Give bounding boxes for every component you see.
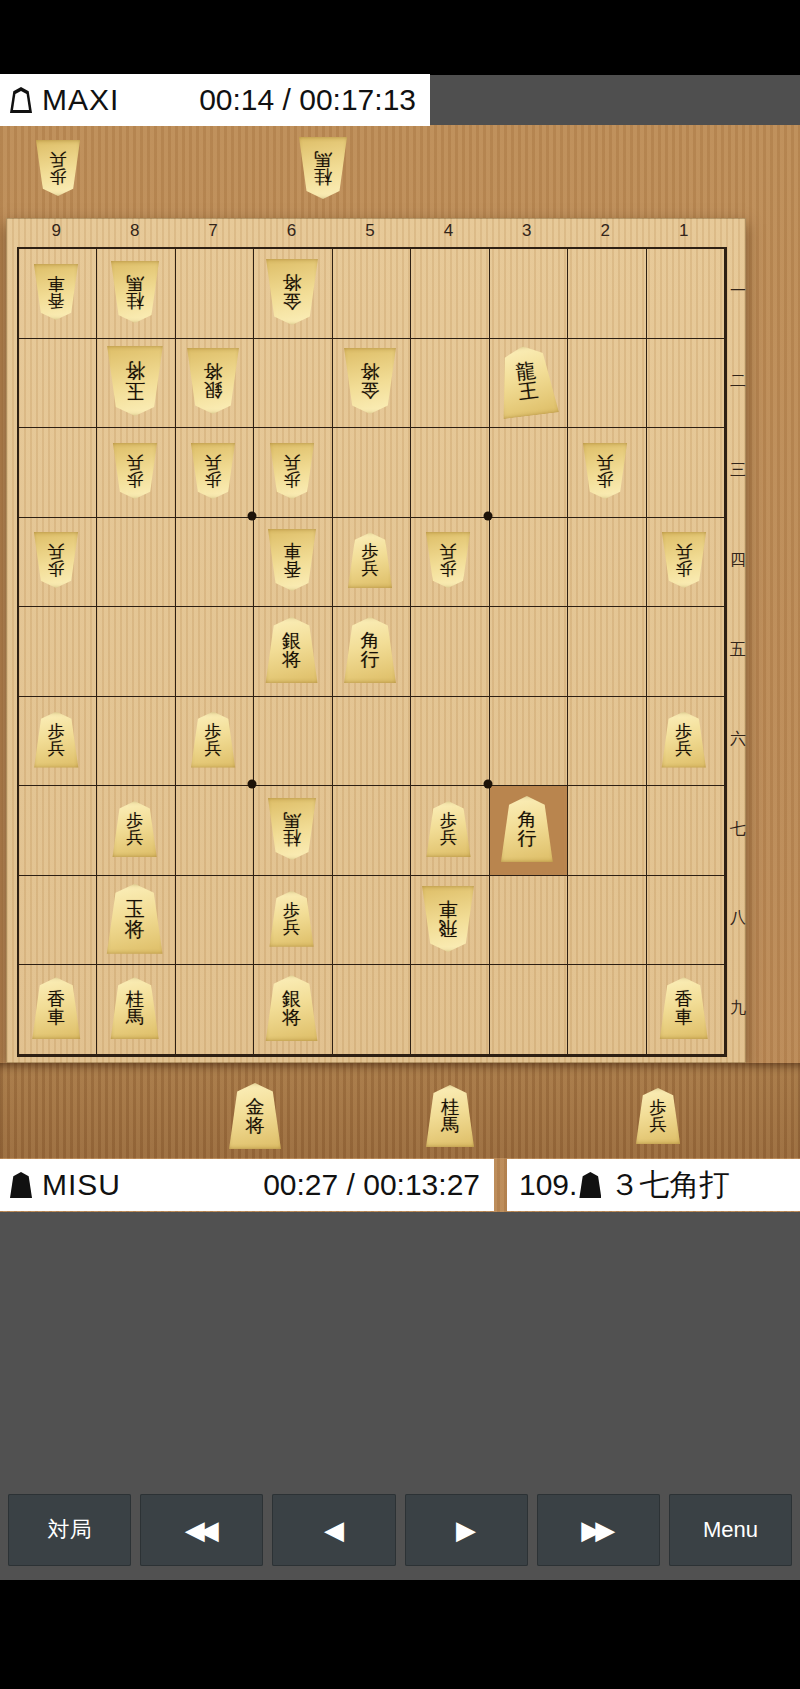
square-5-9[interactable]: [333, 965, 411, 1055]
file-label-6: 6: [252, 221, 330, 245]
square-3-5[interactable]: [490, 607, 568, 697]
file-label-1: 1: [645, 221, 723, 245]
square-9-2[interactable]: [19, 339, 97, 429]
square-2-7[interactable]: [568, 786, 646, 876]
square-9-7[interactable]: [19, 786, 97, 876]
square-6-2[interactable]: [254, 339, 332, 429]
square-1-7[interactable]: [647, 786, 725, 876]
square-9-5[interactable]: [19, 607, 97, 697]
square-6-6[interactable]: [254, 697, 332, 787]
rank-label-1: 一: [727, 247, 749, 337]
square-3-4[interactable]: [490, 518, 568, 608]
square-7-9[interactable]: [176, 965, 254, 1055]
square-2-8[interactable]: [568, 876, 646, 966]
square-2-1[interactable]: [568, 249, 646, 339]
square-1-2[interactable]: [647, 339, 725, 429]
move-notation: ３七角打: [609, 1165, 729, 1206]
button-step-forward[interactable]: ▶: [405, 1494, 528, 1566]
file-label-2: 2: [566, 221, 644, 245]
rank-label-6: 六: [727, 695, 749, 785]
button-taikyoku[interactable]: 対局: [8, 1494, 131, 1566]
move-info-bar: 109. ３七角打: [507, 1159, 800, 1211]
file-coordinates: 987654321: [17, 221, 723, 245]
square-2-9[interactable]: [568, 965, 646, 1055]
square-4-6[interactable]: [411, 697, 489, 787]
sente-piece-icon: [10, 1172, 32, 1198]
status-area-black: [0, 0, 800, 75]
square-3-3[interactable]: [490, 428, 568, 518]
button-rewind-full[interactable]: ◀◀: [140, 1494, 263, 1566]
gote-player-bar: MAXI 00:14 / 00:17:13: [0, 74, 430, 126]
file-label-8: 8: [95, 221, 173, 245]
button-forward-full[interactable]: ▶▶: [537, 1494, 660, 1566]
square-4-2[interactable]: [411, 339, 489, 429]
square-5-1[interactable]: [333, 249, 411, 339]
square-1-3[interactable]: [647, 428, 725, 518]
rank-label-5: 五: [727, 605, 749, 695]
square-5-7[interactable]: [333, 786, 411, 876]
square-8-6[interactable]: [97, 697, 175, 787]
square-7-5[interactable]: [176, 607, 254, 697]
bottom-black-strip: [0, 1580, 800, 1689]
square-2-4[interactable]: [568, 518, 646, 608]
file-label-7: 7: [174, 221, 252, 245]
square-3-9[interactable]: [490, 965, 568, 1055]
square-2-2[interactable]: [568, 339, 646, 429]
rank-label-4: 四: [727, 516, 749, 606]
square-3-1[interactable]: [490, 249, 568, 339]
square-7-8[interactable]: [176, 876, 254, 966]
square-4-3[interactable]: [411, 428, 489, 518]
board-star-point: [248, 511, 257, 520]
sente-player-name: MISU: [42, 1168, 121, 1202]
board-star-point: [483, 780, 492, 789]
rank-coordinates: 一二三四五六七八九: [727, 247, 749, 1053]
square-9-3[interactable]: [19, 428, 97, 518]
file-label-4: 4: [409, 221, 487, 245]
square-1-5[interactable]: [647, 607, 725, 697]
square-8-4[interactable]: [97, 518, 175, 608]
square-5-8[interactable]: [333, 876, 411, 966]
square-7-4[interactable]: [176, 518, 254, 608]
square-4-5[interactable]: [411, 607, 489, 697]
square-1-1[interactable]: [647, 249, 725, 339]
rank-label-3: 三: [727, 426, 749, 516]
square-7-7[interactable]: [176, 786, 254, 876]
square-2-6[interactable]: [568, 697, 646, 787]
gote-clock: 00:14 / 00:17:13: [199, 83, 416, 117]
square-5-3[interactable]: [333, 428, 411, 518]
sente-clock: 00:27 / 00:13:27: [263, 1168, 480, 1202]
rank-label-7: 七: [727, 784, 749, 874]
file-label-5: 5: [331, 221, 409, 245]
file-label-3: 3: [488, 221, 566, 245]
square-1-8[interactable]: [647, 876, 725, 966]
square-5-6[interactable]: [333, 697, 411, 787]
button-step-back[interactable]: ◀: [272, 1494, 395, 1566]
board-star-point: [483, 511, 492, 520]
square-4-1[interactable]: [411, 249, 489, 339]
move-side-icon: [579, 1172, 601, 1198]
rank-label-8: 八: [727, 874, 749, 964]
rank-label-9: 九: [727, 964, 749, 1054]
square-3-8[interactable]: [490, 876, 568, 966]
gote-piece-icon: [10, 87, 32, 113]
file-label-9: 9: [17, 221, 95, 245]
move-number: 109.: [519, 1168, 577, 1202]
square-3-6[interactable]: [490, 697, 568, 787]
square-8-5[interactable]: [97, 607, 175, 697]
board-star-point: [248, 780, 257, 789]
sente-player-bar: MISU 00:27 / 00:13:27: [0, 1159, 494, 1211]
control-button-row: 対局◀◀◀▶▶▶Menu: [0, 1494, 800, 1566]
square-9-8[interactable]: [19, 876, 97, 966]
button-menu[interactable]: Menu: [669, 1494, 792, 1566]
square-4-9[interactable]: [411, 965, 489, 1055]
square-7-1[interactable]: [176, 249, 254, 339]
square-2-5[interactable]: [568, 607, 646, 697]
gote-player-name: MAXI: [42, 83, 119, 117]
rank-label-2: 二: [727, 337, 749, 427]
